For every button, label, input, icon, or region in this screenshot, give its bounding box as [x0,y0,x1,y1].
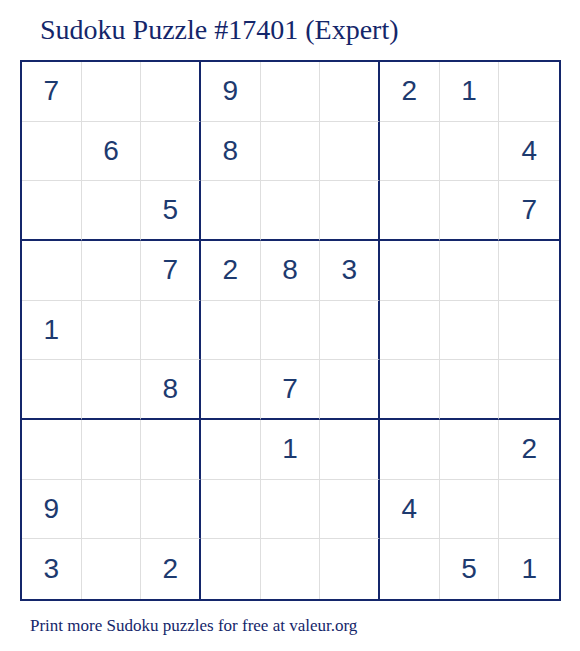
sudoku-cell-r8c6 [320,480,380,540]
sudoku-cell-r1c5 [261,62,321,122]
sudoku-cell-r5c6 [320,301,380,361]
sudoku-cell-r4c7 [380,241,440,301]
sudoku-cell-r3c8 [440,181,500,241]
sudoku-cell-r4c8 [440,241,500,301]
sudoku-cell-r1c9 [499,62,559,122]
sudoku-cell-r6c7 [380,360,440,420]
sudoku-cell-r7c4 [201,420,261,480]
sudoku-cell-r9c3: 2 [141,539,201,599]
sudoku-cell-r2c7 [380,122,440,182]
sudoku-cell-r7c9: 2 [499,420,559,480]
sudoku-cell-r7c7 [380,420,440,480]
sudoku-cell-r3c1 [22,181,82,241]
sudoku-cell-r5c3 [141,301,201,361]
sudoku-cell-r3c6 [320,181,380,241]
sudoku-cell-r8c9 [499,480,559,540]
sudoku-cell-r6c1 [22,360,82,420]
sudoku-cell-r6c5: 7 [261,360,321,420]
sudoku-cell-r9c9: 1 [499,539,559,599]
sudoku-cell-r2c5 [261,122,321,182]
sudoku-cell-r7c6 [320,420,380,480]
sudoku-cell-r7c1 [22,420,82,480]
sudoku-cell-r4c3: 7 [141,241,201,301]
sudoku-cell-r4c1 [22,241,82,301]
sudoku-cell-r9c4 [201,539,261,599]
sudoku-cell-r3c9: 7 [499,181,559,241]
page-title: Sudoku Puzzle #17401 (Expert) [40,12,399,48]
sudoku-cell-r2c9: 4 [499,122,559,182]
sudoku-cell-r3c3: 5 [141,181,201,241]
sudoku-cell-r5c1: 1 [22,301,82,361]
sudoku-cell-r9c6 [320,539,380,599]
sudoku-cell-r7c3 [141,420,201,480]
sudoku-cell-r8c8 [440,480,500,540]
sudoku-cell-r8c4 [201,480,261,540]
sudoku-cell-r6c4 [201,360,261,420]
sudoku-cell-r2c6 [320,122,380,182]
sudoku-cell-r6c2 [82,360,142,420]
sudoku-cell-r3c5 [261,181,321,241]
sudoku-cell-r9c7 [380,539,440,599]
sudoku-cell-r3c2 [82,181,142,241]
sudoku-cell-r1c8: 1 [440,62,500,122]
sudoku-cell-r8c5 [261,480,321,540]
sudoku-cell-r3c4 [201,181,261,241]
sudoku-cell-r7c8 [440,420,500,480]
footer-text: Print more Sudoku puzzles for free at va… [30,614,357,638]
sudoku-cell-r1c3 [141,62,201,122]
sudoku-cell-r9c2 [82,539,142,599]
sudoku-cell-r9c8: 5 [440,539,500,599]
sudoku-cell-r4c2 [82,241,142,301]
sudoku-cell-r6c6 [320,360,380,420]
sudoku-cell-r5c2 [82,301,142,361]
sudoku-cell-r4c5: 8 [261,241,321,301]
sudoku-cell-r8c7: 4 [380,480,440,540]
sudoku-cell-r5c7 [380,301,440,361]
sudoku-cell-r4c4: 2 [201,241,261,301]
sudoku-cell-r6c9 [499,360,559,420]
sudoku-cell-r1c1: 7 [22,62,82,122]
sudoku-cell-r3c7 [380,181,440,241]
sudoku-cell-r6c3: 8 [141,360,201,420]
sudoku-cell-r2c2: 6 [82,122,142,182]
sudoku-cell-r5c8 [440,301,500,361]
sudoku-cell-r7c2 [82,420,142,480]
sudoku-cell-r1c6 [320,62,380,122]
sudoku-cell-r9c1: 3 [22,539,82,599]
sudoku-cell-r8c2 [82,480,142,540]
sudoku-cell-r2c3 [141,122,201,182]
sudoku-cell-r7c5: 1 [261,420,321,480]
sudoku-cell-r9c5 [261,539,321,599]
sudoku-cell-r5c5 [261,301,321,361]
sudoku-cell-r2c8 [440,122,500,182]
sudoku-cell-r1c2 [82,62,142,122]
sudoku-cell-r8c3 [141,480,201,540]
sudoku-cell-r5c9 [499,301,559,361]
sudoku-cell-r6c8 [440,360,500,420]
sudoku-cell-r8c1: 9 [22,480,82,540]
sudoku-cell-r2c4: 8 [201,122,261,182]
sudoku-cell-r1c7: 2 [380,62,440,122]
sudoku-board: 792168457728318712943251 [20,60,561,601]
sudoku-cell-r4c9 [499,241,559,301]
sudoku-cell-r5c4 [201,301,261,361]
sudoku-cell-r1c4: 9 [201,62,261,122]
sudoku-cell-r2c1 [22,122,82,182]
sudoku-cell-r4c6: 3 [320,241,380,301]
